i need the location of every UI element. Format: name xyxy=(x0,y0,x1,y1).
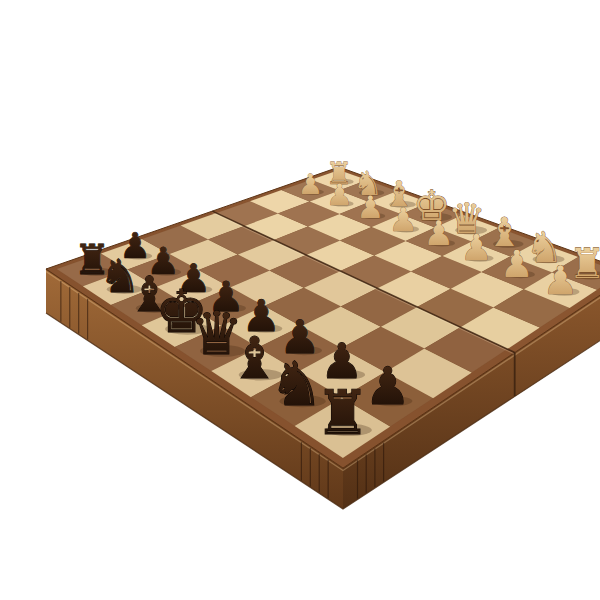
piece-white-pawn-h2[interactable]: ♟ xyxy=(298,168,323,201)
piece-white-pawn-f2[interactable]: ♟ xyxy=(357,189,385,225)
piece-white-pawn-b2[interactable]: ♟ xyxy=(500,242,534,286)
piece-black-pawn-a7[interactable]: ♟ xyxy=(364,356,410,416)
chess-board-scene: ♜♟♞♟♝♟♚♟♛♟♝♟♟♞♜♟♟♜♞♟♟♝♟♚♟♛♟♝♟♞♟♜ xyxy=(40,16,600,600)
piece-white-pawn-c2[interactable]: ♟ xyxy=(460,227,492,268)
piece-white-pawn-e2[interactable]: ♟ xyxy=(389,201,418,239)
chess-set-product-photo: ♜♟♞♟♝♟♚♟♛♟♝♟♟♞♜♟♟♜♞♟♟♝♟♚♟♛♟♝♟♞♟♜ xyxy=(40,16,600,600)
piece-white-pawn-a2[interactable]: ♟ xyxy=(543,257,578,303)
piece-white-pawn-g2[interactable]: ♟ xyxy=(326,178,352,212)
piece-white-pawn-d2[interactable]: ♟ xyxy=(423,213,453,253)
piece-black-rook-a8[interactable]: ♜ xyxy=(315,377,370,448)
